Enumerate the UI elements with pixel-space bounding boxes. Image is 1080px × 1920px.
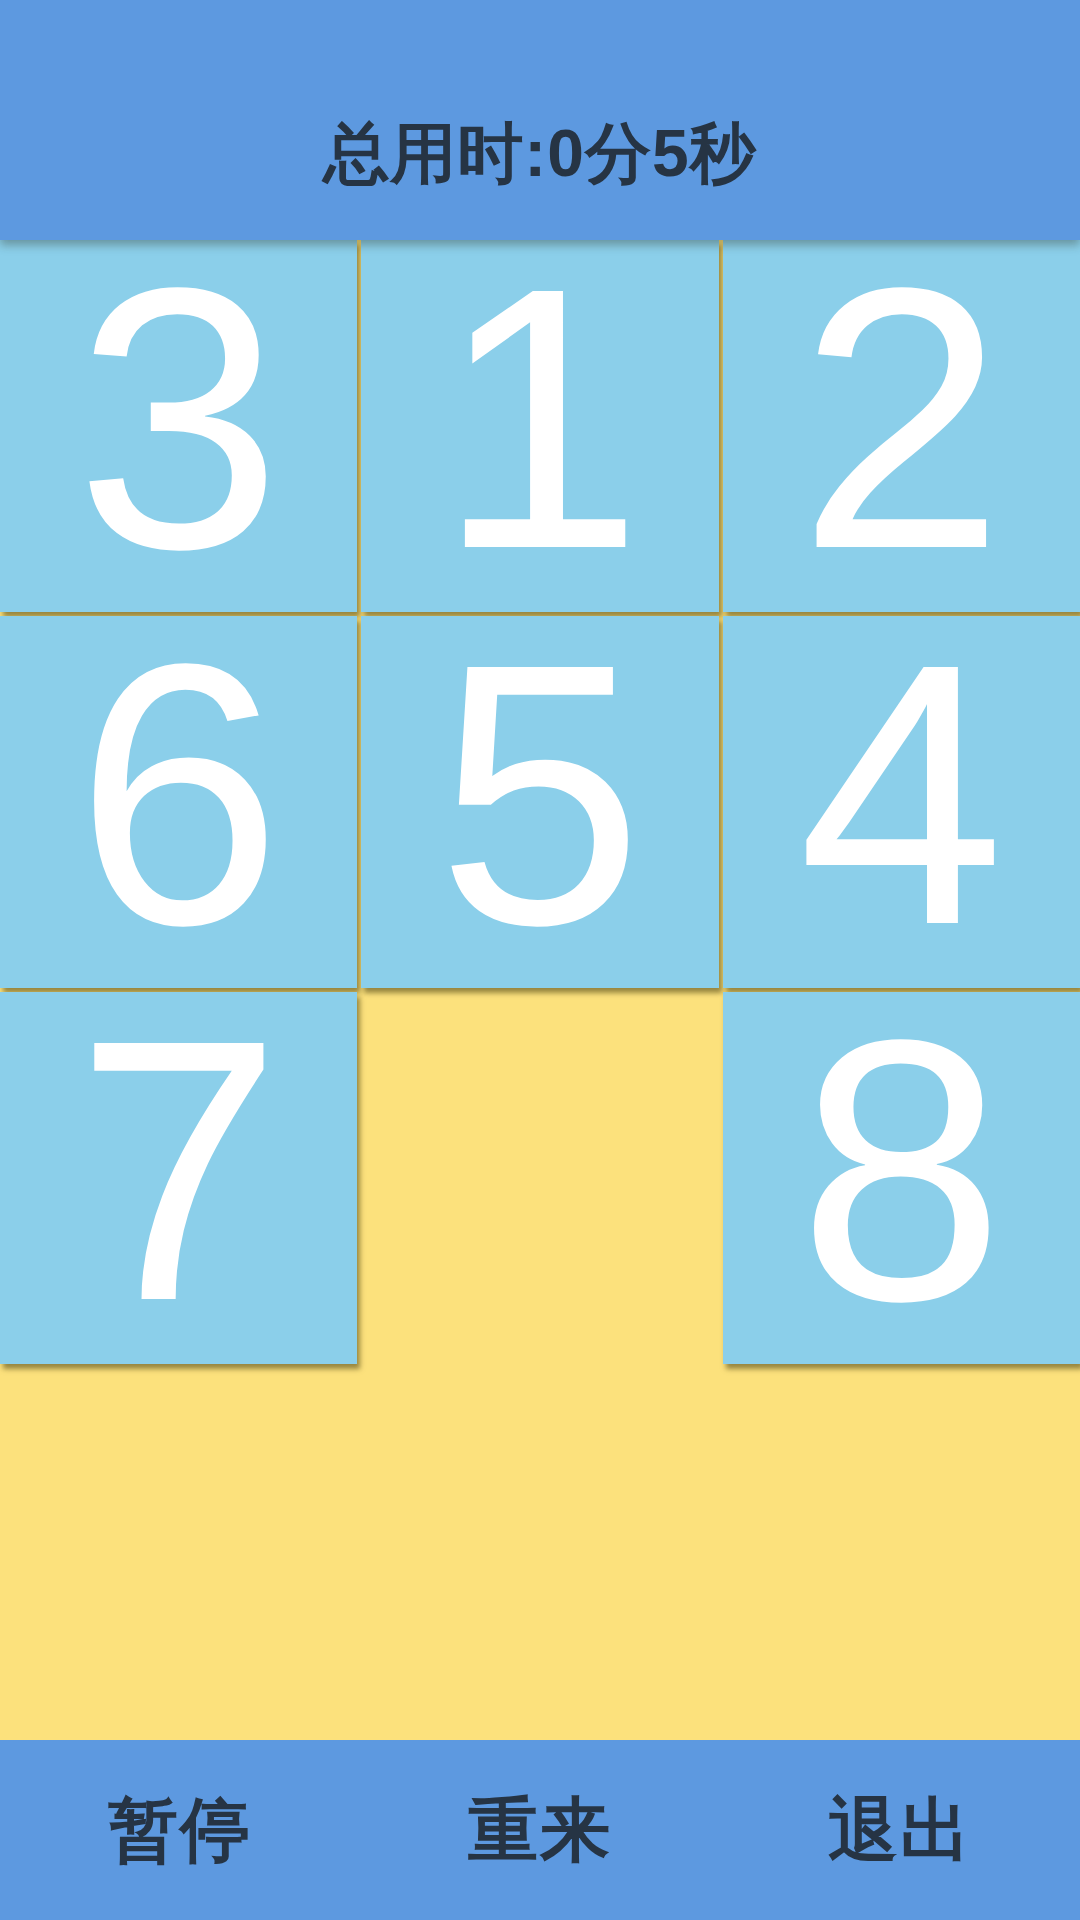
restart-button[interactable]: 重来 bbox=[360, 1740, 720, 1920]
tile-5[interactable]: 5 bbox=[361, 616, 718, 988]
tile-2[interactable]: 2 bbox=[723, 240, 1080, 612]
tile-number: 2 bbox=[798, 232, 1005, 604]
tile-4[interactable]: 4 bbox=[723, 616, 1080, 988]
timer-display: 总用时:0分5秒 bbox=[323, 120, 756, 240]
exit-button[interactable]: 退出 bbox=[720, 1740, 1080, 1920]
tile-number: 8 bbox=[798, 984, 1005, 1356]
footer-bar: 暂停 重来 退出 bbox=[0, 1740, 1080, 1920]
empty-cell bbox=[361, 992, 718, 1364]
app-screen: 总用时:0分5秒 31265478 暂停 重来 退出 bbox=[0, 0, 1080, 1920]
tile-3[interactable]: 3 bbox=[0, 240, 357, 612]
tile-1[interactable]: 1 bbox=[361, 240, 718, 612]
tile-7[interactable]: 7 bbox=[0, 992, 357, 1364]
tile-number: 7 bbox=[75, 984, 282, 1356]
header-bar: 总用时:0分5秒 bbox=[0, 0, 1080, 240]
pause-button[interactable]: 暂停 bbox=[0, 1740, 360, 1920]
tile-number: 4 bbox=[798, 608, 1005, 980]
tile-6[interactable]: 6 bbox=[0, 616, 357, 988]
tile-number: 5 bbox=[437, 608, 644, 980]
tile-number: 3 bbox=[75, 232, 282, 604]
tile-number: 6 bbox=[75, 608, 282, 980]
puzzle-board: 31265478 bbox=[0, 240, 1080, 1324]
tile-8[interactable]: 8 bbox=[723, 992, 1080, 1364]
tile-number: 1 bbox=[437, 232, 644, 604]
